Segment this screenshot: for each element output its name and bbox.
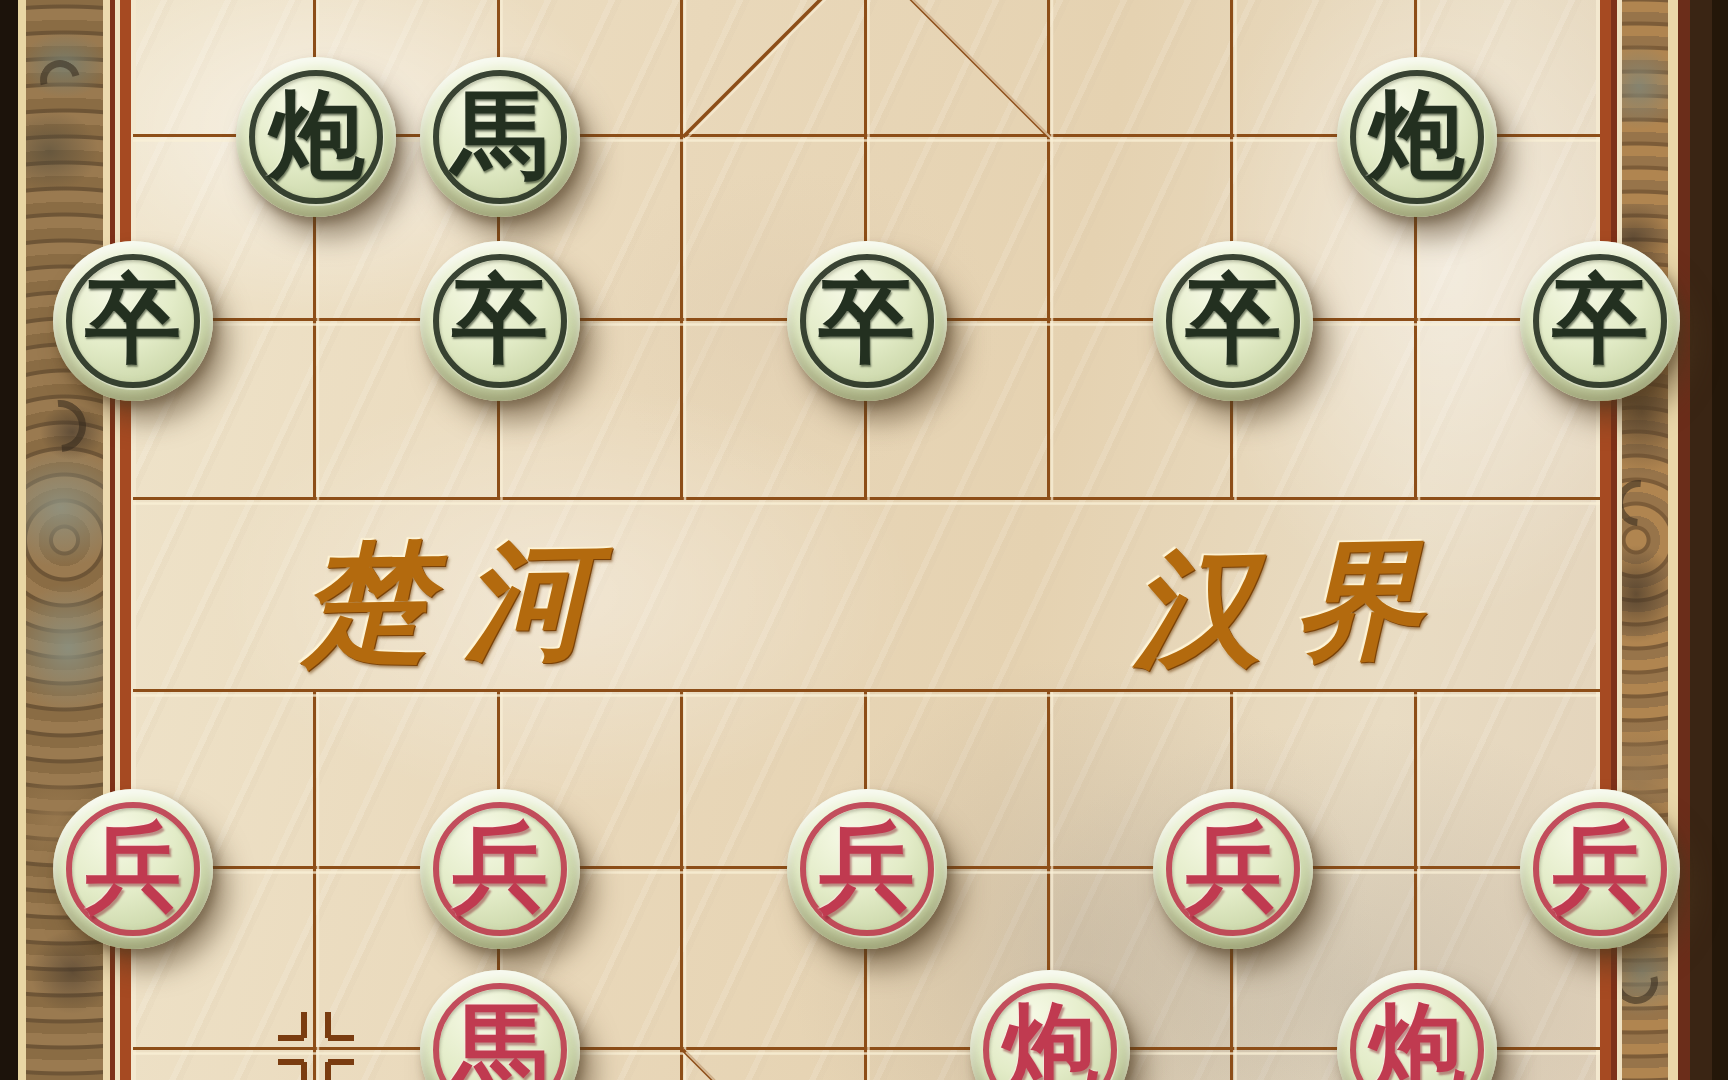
piece-black-soldier-a3[interactable]: 卒 (53, 241, 213, 401)
piece-glyph: 兵 (1185, 819, 1281, 915)
board-cell (1417, 500, 1600, 692)
piece-glyph: 兵 (1552, 819, 1648, 915)
piece-black-horse-c2[interactable]: 馬 (420, 57, 580, 217)
piece-glyph: 炮 (1369, 1000, 1465, 1080)
piece-black-soldier-e3[interactable]: 卒 (787, 241, 947, 401)
board-cell (867, 500, 1050, 692)
board-cell (683, 0, 866, 137)
board-cell (1050, 0, 1233, 137)
xiangqi-board: 楚 河 汉 界 炮馬炮卒卒卒卒卒兵兵兵兵兵馬炮炮 (0, 0, 1728, 1080)
piece-glyph: 卒 (452, 271, 548, 367)
piece-red-soldier-e6[interactable]: 兵 (787, 789, 947, 949)
piece-glyph: 卒 (85, 271, 181, 367)
piece-glyph: 馬 (452, 87, 548, 183)
piece-glyph: 馬 (452, 1000, 548, 1080)
piece-red-soldier-c6[interactable]: 兵 (420, 789, 580, 949)
piece-glyph: 卒 (819, 271, 915, 367)
board-cell (683, 500, 866, 692)
piece-glyph: 炮 (1369, 87, 1465, 183)
piece-red-soldier-g6[interactable]: 兵 (1153, 789, 1313, 949)
dragon-cloud-swirl-icon (33, 53, 88, 108)
piece-red-soldier-a6[interactable]: 兵 (53, 789, 213, 949)
board-cell (683, 1050, 866, 1080)
piece-black-cannon-h2[interactable]: 炮 (1337, 57, 1497, 217)
piece-glyph: 炮 (1002, 1000, 1098, 1080)
dragon-claw-swirl-icon (26, 389, 97, 462)
board-cell (133, 1050, 316, 1080)
river-text-chu: 楚 (280, 537, 452, 668)
river-text-jie: 界 (1272, 535, 1444, 666)
river-text-he: 河 (442, 535, 614, 666)
piece-black-soldier-c3[interactable]: 卒 (420, 241, 580, 401)
piece-black-soldier-i3[interactable]: 卒 (1520, 241, 1680, 401)
piece-glyph: 兵 (819, 819, 915, 915)
river-text-han: 汉 (1110, 543, 1282, 674)
piece-glyph: 兵 (85, 819, 181, 915)
piece-glyph: 卒 (1185, 271, 1281, 367)
piece-black-soldier-g3[interactable]: 卒 (1153, 241, 1313, 401)
piece-glyph: 炮 (268, 87, 364, 183)
piece-glyph: 卒 (1552, 271, 1648, 367)
piece-red-soldier-i6[interactable]: 兵 (1520, 789, 1680, 949)
piece-black-cannon-b2[interactable]: 炮 (236, 57, 396, 217)
board-cell (867, 0, 1050, 137)
piece-glyph: 兵 (452, 819, 548, 915)
